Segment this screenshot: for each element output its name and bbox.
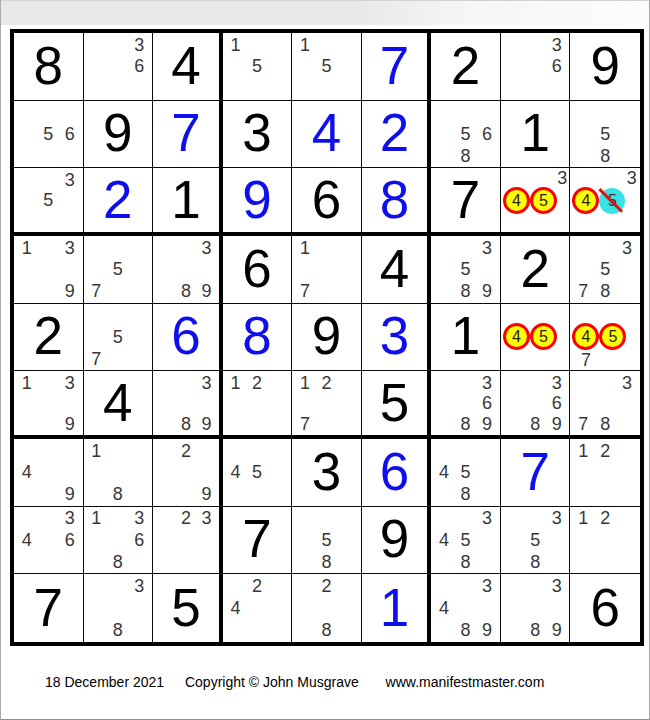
pencil-mark: 3 — [622, 374, 632, 392]
cell-r6c6[interactable]: 5 — [362, 371, 432, 439]
footer: 18 December 2021 Copyright © John Musgra… — [1, 674, 649, 690]
cell-r6c7[interactable]: 3689 — [431, 371, 501, 439]
footer-copyright: Copyright © John Musgrave — [185, 674, 359, 690]
pencil-mark: 2 — [252, 577, 262, 595]
cell-r7c6[interactable]: 6 — [362, 439, 432, 507]
pencil-mark: 6 — [482, 394, 492, 412]
cell-value: 2 — [380, 106, 409, 161]
cell-value: 2 — [520, 242, 549, 297]
pencil-mark: 7 — [91, 350, 101, 368]
cell-value: 3 — [312, 445, 341, 500]
pencil-marks: 29 — [155, 440, 217, 505]
cell-r5c5[interactable]: 9 — [292, 304, 362, 372]
pencil-marks: 139 — [16, 237, 81, 302]
pencil-mark: 6 — [65, 531, 75, 549]
cell-r8c1[interactable]: 346 — [14, 507, 84, 575]
pencil-mark: 4 — [230, 463, 240, 481]
pencil-mark: 5 — [600, 260, 610, 278]
pencil-marks: 57 — [86, 237, 151, 302]
pencil-mark: 8 — [530, 553, 540, 571]
cell-r7c2[interactable]: 18 — [84, 439, 154, 507]
cell-value: 7 — [34, 581, 63, 636]
cell-value: 4 — [312, 106, 341, 161]
cell-r9c3[interactable]: 5 — [153, 574, 223, 642]
pencil-mark: 5 — [43, 191, 53, 209]
cell-r2c5[interactable]: 4 — [292, 101, 362, 169]
pencil-mark: 9 — [552, 415, 562, 433]
cell-r4c3[interactable]: 389 — [153, 236, 223, 304]
cell-r8c4[interactable]: 7 — [223, 507, 293, 575]
pencil-mark: 8 — [600, 282, 610, 300]
pencil-marks: 58 — [572, 102, 638, 167]
pencil-marks: 345 — [572, 169, 638, 231]
cell-value: 7 — [171, 106, 200, 161]
cell-value: 6 — [380, 445, 409, 500]
pencil-marks: 345 — [503, 169, 568, 231]
pencil-marks: 3689 — [503, 372, 568, 434]
pencil-marks: 49 — [16, 440, 81, 505]
cell-r3c6[interactable]: 8 — [362, 168, 432, 236]
pencil-mark: 5 — [321, 57, 331, 75]
cell-r7c1[interactable]: 49 — [14, 439, 84, 507]
cell-value: 6 — [242, 242, 271, 297]
cell-r8c2[interactable]: 1368 — [84, 507, 154, 575]
pencil-mark: 8 — [461, 147, 471, 165]
cell-value: 7 — [242, 512, 271, 567]
cell-value: 1 — [451, 309, 480, 364]
cell-value: 4 — [103, 376, 132, 431]
pencil-mark: 3 — [482, 577, 492, 595]
cell-value: 7 — [451, 173, 480, 228]
cell-r6c1[interactable]: 139 — [14, 371, 84, 439]
pencil-mark: 7 — [578, 415, 588, 433]
pencil-mark: 4 — [439, 531, 449, 549]
pencil-marks: 3578 — [572, 237, 638, 302]
cell-r7c4[interactable]: 45 — [223, 439, 293, 507]
cell-r1c5[interactable]: 15 — [292, 33, 362, 101]
candidate-circled: 4 — [503, 187, 530, 214]
cell-r1c3[interactable]: 4 — [153, 33, 223, 101]
pencil-mark: 5 — [461, 531, 471, 549]
cell-value: 1 — [171, 173, 200, 228]
pencil-marks: 57 — [86, 305, 151, 370]
pencil-marks: 3458 — [433, 508, 498, 573]
pencil-marks: 17 — [294, 237, 359, 302]
cell-r9c6[interactable]: 1 — [362, 574, 432, 642]
pencil-mark: 6 — [134, 57, 144, 75]
pencil-mark: 9 — [201, 415, 211, 433]
pencil-mark: 2 — [252, 374, 262, 392]
pencil-mark: 5 — [461, 260, 471, 278]
pencil-marks: 389 — [155, 237, 217, 302]
pencil-marks: 38 — [86, 575, 151, 641]
pencil-mark: 7 — [300, 415, 310, 433]
pencil-mark: 8 — [461, 282, 471, 300]
pencil-mark: 6 — [65, 125, 75, 143]
cell-r3c1[interactable]: 35 — [14, 168, 84, 236]
cell-r5c2[interactable]: 57 — [84, 304, 154, 372]
cell-r1c9[interactable]: 9 — [570, 33, 640, 101]
pencil-marks: 15 — [294, 34, 359, 99]
pencil-mark: 3 — [65, 374, 75, 392]
cell-r7c8[interactable]: 7 — [501, 439, 571, 507]
footer-date: 18 December 2021 — [45, 674, 164, 690]
cell-r2c4[interactable]: 3 — [223, 101, 293, 169]
cell-r9c4[interactable]: 24 — [223, 574, 293, 642]
pencil-mark: 8 — [600, 147, 610, 165]
pencil-mark: 1 — [578, 442, 588, 460]
pencil-mark: 3 — [65, 239, 75, 257]
pencil-mark: 4 — [22, 463, 32, 481]
cell-value: 2 — [103, 173, 132, 228]
pencil-marks: 127 — [294, 372, 359, 434]
pencil-mark: 3 — [134, 509, 144, 527]
cell-r6c3[interactable]: 389 — [153, 371, 223, 439]
pencil-mark: 5 — [461, 125, 471, 143]
pencil-mark: 3 — [65, 509, 75, 527]
cell-value: 8 — [380, 173, 409, 228]
pencil-mark: 4 — [230, 599, 240, 617]
cell-value: 8 — [34, 39, 63, 94]
cell-r8c8[interactable]: 358 — [501, 507, 571, 575]
cell-r6c5[interactable]: 127 — [292, 371, 362, 439]
pencil-mark: 9 — [482, 415, 492, 433]
cell-r3c8[interactable]: 345 — [501, 168, 571, 236]
pencil-mark: 5 — [600, 125, 610, 143]
cell-r4c8[interactable]: 2 — [501, 236, 571, 304]
pencil-mark: 8 — [113, 621, 123, 639]
pencil-marks: 18 — [86, 440, 151, 505]
pencil-mark: 3 — [201, 239, 211, 257]
pencil-mark: 2 — [600, 509, 610, 527]
cell-r4c6[interactable]: 4 — [362, 236, 432, 304]
cell-r1c6[interactable]: 7 — [362, 33, 432, 101]
cell-r3c3[interactable]: 1 — [153, 168, 223, 236]
pencil-marks: 358 — [503, 508, 568, 573]
sudoku-board: 8364151572369569734256815835219687345345… — [10, 29, 644, 646]
candidate-circled: 4 — [503, 323, 530, 350]
pencil-mark: 2 — [321, 374, 331, 392]
pencil-marks: 458 — [433, 440, 498, 505]
pencil-mark: 3 — [552, 374, 562, 392]
cell-r1c1[interactable]: 8 — [14, 33, 84, 101]
pencil-mark: 8 — [530, 415, 540, 433]
cell-r9c7[interactable]: 3489 — [431, 574, 501, 642]
cell-value: 4 — [171, 39, 200, 94]
pencil-mark: 8 — [461, 485, 471, 503]
cell-value: 2 — [34, 309, 63, 364]
pencil-mark: 6 — [482, 125, 492, 143]
pencil-mark: 3 — [552, 509, 562, 527]
candidate-circled: 5 — [530, 323, 557, 350]
pencil-marks: 36 — [86, 34, 151, 99]
cell-value: 1 — [380, 581, 409, 636]
cell-r1c8[interactable]: 36 — [501, 33, 571, 101]
cell-r7c9[interactable]: 12 — [570, 439, 640, 507]
cell-value: 6 — [171, 309, 200, 364]
pencil-marks: 24 — [225, 575, 290, 641]
pencil-mark: 9 — [482, 621, 492, 639]
cell-value: 6 — [590, 581, 619, 636]
cell-value: 9 — [103, 106, 132, 161]
cell-value: 8 — [242, 309, 271, 364]
cell-value: 5 — [380, 376, 409, 431]
candidate-circled: 5 — [599, 323, 626, 350]
cell-value: 9 — [242, 173, 271, 228]
pencil-mark: 9 — [65, 282, 75, 300]
cell-r4c4[interactable]: 6 — [223, 236, 293, 304]
pencil-mark: 1 — [300, 36, 310, 54]
app-frame: 8364151572369569734256815835219687345345… — [0, 0, 650, 720]
top-bar — [1, 0, 649, 25]
cell-r5c9[interactable]: 457 — [570, 304, 640, 372]
pencil-marks: 35 — [16, 169, 81, 231]
pencil-mark: 5 — [113, 260, 123, 278]
cell-r3c7[interactable]: 7 — [431, 168, 501, 236]
pencil-mark: 3 — [552, 36, 562, 54]
pencil-mark: 7 — [300, 282, 310, 300]
cell-r9c2[interactable]: 38 — [84, 574, 154, 642]
pencil-mark: 5 — [252, 57, 262, 75]
pencil-mark: 4 — [439, 463, 449, 481]
pencil-mark: 9 — [552, 621, 562, 639]
cell-r9c5[interactable]: 28 — [292, 574, 362, 642]
pencil-mark: 8 — [181, 415, 191, 433]
pencil-mark: 5 — [530, 531, 540, 549]
candidate-circled: 4 — [572, 323, 599, 350]
pencil-marks: 346 — [16, 508, 81, 573]
cell-value: 3 — [242, 106, 271, 161]
pencil-mark: 1 — [300, 374, 310, 392]
pencil-mark: 9 — [65, 415, 75, 433]
pencil-mark: 7 — [581, 351, 591, 369]
cell-r2c3[interactable]: 7 — [153, 101, 223, 169]
cell-r8c6[interactable]: 9 — [362, 507, 432, 575]
pencil-mark: 1 — [578, 509, 588, 527]
pencil-mark: 3 — [627, 169, 637, 187]
pencil-mark: 3 — [201, 374, 211, 392]
pencil-mark: 9 — [65, 485, 75, 503]
pencil-mark: 7 — [578, 282, 588, 300]
pencil-mark: 8 — [321, 621, 331, 639]
pencil-mark: 8 — [461, 621, 471, 639]
pencil-mark: 5 — [43, 125, 53, 143]
cell-value: 2 — [451, 39, 480, 94]
cell-r1c7[interactable]: 2 — [431, 33, 501, 101]
cell-r9c1[interactable]: 7 — [14, 574, 84, 642]
pencil-mark: 8 — [113, 485, 123, 503]
cell-r3c2[interactable]: 2 — [84, 168, 154, 236]
cell-r1c2[interactable]: 36 — [84, 33, 154, 101]
pencil-marks: 457 — [572, 305, 638, 370]
pencil-mark: 8 — [461, 553, 471, 571]
cell-r5c8[interactable]: 45 — [501, 304, 571, 372]
cell-r2c9[interactable]: 58 — [570, 101, 640, 169]
cell-r2c1[interactable]: 56 — [14, 101, 84, 169]
pencil-mark: 9 — [201, 282, 211, 300]
cell-r6c8[interactable]: 3689 — [501, 371, 571, 439]
cell-value: 7 — [380, 39, 409, 94]
cell-r2c7[interactable]: 568 — [431, 101, 501, 169]
cell-r5c3[interactable]: 6 — [153, 304, 223, 372]
pencil-mark: 3 — [134, 36, 144, 54]
pencil-marks: 12 — [572, 440, 638, 505]
pencil-marks: 45 — [225, 440, 290, 505]
pencil-mark: 3 — [557, 169, 567, 187]
pencil-mark: 8 — [321, 553, 331, 571]
pencil-mark: 1 — [22, 239, 32, 257]
cell-r3c9[interactable]: 345 — [570, 168, 640, 236]
pencil-mark: 6 — [552, 394, 562, 412]
cell-value: 9 — [312, 309, 341, 364]
pencil-marks: 139 — [16, 372, 81, 434]
cell-r8c7[interactable]: 3458 — [431, 507, 501, 575]
pencil-marks: 12 — [225, 372, 290, 434]
pencil-mark: 4 — [22, 531, 32, 549]
cell-r3c4[interactable]: 9 — [223, 168, 293, 236]
cell-r9c8[interactable]: 389 — [501, 574, 571, 642]
pencil-mark: 3 — [622, 239, 632, 257]
cell-r6c2[interactable]: 4 — [84, 371, 154, 439]
cell-r8c9[interactable]: 12 — [570, 507, 640, 575]
cell-r7c5[interactable]: 3 — [292, 439, 362, 507]
pencil-marks: 36 — [503, 34, 568, 99]
pencil-mark: 1 — [230, 36, 240, 54]
pencil-mark: 8 — [181, 282, 191, 300]
cell-r6c4[interactable]: 12 — [223, 371, 293, 439]
cell-r2c6[interactable]: 2 — [362, 101, 432, 169]
pencil-mark: 3 — [134, 577, 144, 595]
pencil-marks: 389 — [155, 372, 217, 434]
cell-r4c1[interactable]: 139 — [14, 236, 84, 304]
pencil-mark: 8 — [600, 415, 610, 433]
footer-site: www.manifestmaster.com — [386, 674, 545, 690]
pencil-marks: 378 — [572, 372, 638, 434]
pencil-mark: 4 — [439, 599, 449, 617]
pencil-marks: 58 — [294, 508, 359, 573]
pencil-mark: 6 — [552, 57, 562, 75]
cell-value: 7 — [520, 445, 549, 500]
pencil-mark: 5 — [113, 328, 123, 346]
pencil-marks: 12 — [572, 508, 638, 573]
pencil-mark: 7 — [91, 282, 101, 300]
cell-r4c2[interactable]: 57 — [84, 236, 154, 304]
pencil-mark: 3 — [482, 509, 492, 527]
pencil-marks: 389 — [503, 575, 568, 641]
pencil-mark: 3 — [201, 509, 211, 527]
pencil-mark: 8 — [461, 415, 471, 433]
pencil-marks: 3489 — [433, 575, 498, 641]
pencil-marks: 3589 — [433, 237, 498, 302]
pencil-mark: 3 — [65, 171, 75, 189]
cell-r4c9[interactable]: 3578 — [570, 236, 640, 304]
pencil-mark: 1 — [91, 442, 101, 460]
cell-r5c6[interactable]: 3 — [362, 304, 432, 372]
pencil-mark: 1 — [22, 374, 32, 392]
cell-r3c5[interactable]: 6 — [292, 168, 362, 236]
cell-value: 1 — [520, 106, 549, 161]
cell-value: 9 — [380, 512, 409, 567]
cell-r4c7[interactable]: 3589 — [431, 236, 501, 304]
pencil-mark: 5 — [252, 463, 262, 481]
cell-r6c9[interactable]: 378 — [570, 371, 640, 439]
pencil-marks: 3689 — [433, 372, 498, 434]
cell-value: 9 — [590, 39, 619, 94]
pencil-marks: 28 — [294, 575, 359, 641]
candidate-eliminated: 5 — [599, 188, 625, 214]
pencil-mark: 9 — [482, 282, 492, 300]
candidate-circled: 5 — [530, 187, 557, 214]
pencil-mark: 9 — [201, 485, 211, 503]
pencil-mark: 2 — [181, 509, 191, 527]
pencil-mark: 1 — [91, 509, 101, 527]
cell-value: 5 — [171, 581, 200, 636]
pencil-mark: 6 — [134, 531, 144, 549]
pencil-mark: 3 — [482, 239, 492, 257]
candidate-circled: 4 — [572, 187, 599, 214]
cell-r7c3[interactable]: 29 — [153, 439, 223, 507]
cell-r2c8[interactable]: 1 — [501, 101, 571, 169]
pencil-mark: 3 — [552, 577, 562, 595]
pencil-mark: 2 — [600, 442, 610, 460]
cell-value: 4 — [380, 242, 409, 297]
pencil-marks: 568 — [433, 102, 498, 167]
pencil-mark: 2 — [181, 442, 191, 460]
cell-r5c7[interactable]: 1 — [431, 304, 501, 372]
cell-value: 3 — [380, 309, 409, 364]
cell-r5c4[interactable]: 8 — [223, 304, 293, 372]
pencil-mark: 8 — [113, 553, 123, 571]
pencil-marks: 1368 — [86, 508, 151, 573]
pencil-marks: 45 — [503, 305, 568, 370]
pencil-mark: 5 — [461, 463, 471, 481]
pencil-mark: 5 — [321, 531, 331, 549]
cell-r1c4[interactable]: 15 — [223, 33, 293, 101]
cell-r8c3[interactable]: 23 — [153, 507, 223, 575]
pencil-mark: 8 — [530, 621, 540, 639]
cell-r2c2[interactable]: 9 — [84, 101, 154, 169]
pencil-marks: 23 — [155, 508, 217, 573]
cell-r4c5[interactable]: 17 — [292, 236, 362, 304]
pencil-mark: 1 — [230, 374, 240, 392]
cell-r8c5[interactable]: 58 — [292, 507, 362, 575]
pencil-marks: 56 — [16, 102, 81, 167]
pencil-mark: 3 — [482, 374, 492, 392]
pencil-marks: 15 — [225, 34, 290, 99]
cell-r5c1[interactable]: 2 — [14, 304, 84, 372]
cell-value: 6 — [312, 173, 341, 228]
pencil-mark: 1 — [300, 239, 310, 257]
cell-r9c9[interactable]: 6 — [570, 574, 640, 642]
cell-r7c7[interactable]: 458 — [431, 439, 501, 507]
pencil-mark: 2 — [321, 577, 331, 595]
